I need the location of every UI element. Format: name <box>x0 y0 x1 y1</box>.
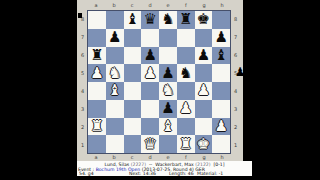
file-label-b: b <box>105 155 123 160</box>
file-label-a: a <box>87 3 105 8</box>
last-move: 54. g4 <box>79 171 94 176</box>
square-e2[interactable]: ♝ <box>159 118 177 136</box>
square-d6[interactable]: ♟ <box>141 47 159 65</box>
white-bishop-b4[interactable]: ♝ <box>108 83 121 98</box>
square-b8[interactable] <box>106 11 124 29</box>
file-label-h: h <box>213 155 231 160</box>
captured-material-tray: ♟ <box>235 63 245 81</box>
square-h6[interactable]: ♝ <box>212 47 230 65</box>
rank-label-8: 8 <box>233 17 238 22</box>
white-king-g1[interactable]: ♚ <box>197 136 210 151</box>
file-label-a: a <box>87 155 105 160</box>
file-labels-bottom: abcdefgh <box>87 155 231 160</box>
square-a1[interactable] <box>88 135 106 153</box>
white-pawn-g4[interactable]: ♟ <box>197 83 210 98</box>
square-c4[interactable] <box>124 82 142 100</box>
white-queen-d1[interactable]: ♛ <box>143 136 156 151</box>
square-c1[interactable] <box>124 135 142 153</box>
file-label-d: d <box>141 3 159 8</box>
square-a8[interactable] <box>88 11 106 29</box>
file-label-e: e <box>159 3 177 8</box>
file-label-e: e <box>159 155 177 160</box>
square-f4[interactable] <box>177 82 195 100</box>
square-d8[interactable]: ♛ <box>141 11 159 29</box>
rank-labels-left: 87654321 <box>80 10 85 154</box>
square-g1[interactable]: ♚ <box>195 135 213 153</box>
black-to-move-indicator <box>78 13 82 18</box>
square-g4[interactable]: ♟ <box>195 82 213 100</box>
white-rook-a2[interactable]: ♜ <box>90 118 103 133</box>
rank-label-4: 4 <box>80 89 85 94</box>
square-h2[interactable]: ♟ <box>212 118 230 136</box>
square-h1[interactable] <box>212 135 230 153</box>
square-c3[interactable] <box>124 100 142 118</box>
square-h5[interactable] <box>212 64 230 82</box>
square-b4[interactable]: ♝ <box>106 82 124 100</box>
square-b3[interactable] <box>106 100 124 118</box>
square-b5[interactable]: ♞ <box>106 64 124 82</box>
rank-label-7: 7 <box>80 35 85 40</box>
square-d5[interactable]: ♟ <box>141 64 159 82</box>
square-g2[interactable] <box>195 118 213 136</box>
square-c7[interactable] <box>124 29 142 47</box>
square-f2[interactable] <box>177 118 195 136</box>
black-pawn-e3[interactable]: ♟ <box>161 101 174 116</box>
square-g7[interactable] <box>195 29 213 47</box>
black-rook-a6[interactable]: ♜ <box>90 47 103 62</box>
square-b6[interactable] <box>106 47 124 65</box>
board: ♝♛♞♜♚♟♟♜♟♟♝♟♞♟♟♞♝♞♟♟♟♜♝♟♛♜♚ <box>87 10 231 154</box>
square-f7[interactable] <box>177 29 195 47</box>
black-rook-f8[interactable]: ♜ <box>179 12 192 27</box>
rank-label-1: 1 <box>80 143 85 148</box>
file-label-h: h <box>213 3 231 8</box>
square-c2[interactable] <box>124 118 142 136</box>
game-info-caption: Lund, Silas (2227) -- Wackerbart, Max (2… <box>77 161 252 176</box>
white-rook-f1[interactable]: ♜ <box>179 136 192 151</box>
square-f5[interactable]: ♞ <box>177 64 195 82</box>
black-queen-d8[interactable]: ♛ <box>143 12 156 27</box>
black-bishop-h6[interactable]: ♝ <box>214 47 227 62</box>
square-e5[interactable]: ♟ <box>159 64 177 82</box>
black-bishop-c8[interactable]: ♝ <box>126 12 139 27</box>
square-a7[interactable] <box>88 29 106 47</box>
rank-label-5: 5 <box>80 71 85 76</box>
square-d7[interactable] <box>141 29 159 47</box>
square-e8[interactable]: ♞ <box>159 11 177 29</box>
square-f3[interactable]: ♟ <box>177 100 195 118</box>
square-c6[interactable] <box>124 47 142 65</box>
square-h3[interactable] <box>212 100 230 118</box>
square-f6[interactable] <box>177 47 195 65</box>
black-pawn-h7[interactable]: ♟ <box>214 30 227 45</box>
rank-label-2: 2 <box>233 125 238 130</box>
square-e6[interactable] <box>159 47 177 65</box>
square-e1[interactable] <box>159 135 177 153</box>
square-g3[interactable] <box>195 100 213 118</box>
file-label-d: d <box>141 155 159 160</box>
rank-label-3: 3 <box>233 107 238 112</box>
material-info: Material: -1 <box>197 171 223 176</box>
black-pawn-d6[interactable]: ♟ <box>143 47 156 62</box>
material-black-pawn-icon: ♟ <box>235 66 246 78</box>
square-g5[interactable] <box>195 64 213 82</box>
square-e7[interactable] <box>159 29 177 47</box>
square-a4[interactable] <box>88 82 106 100</box>
file-label-f: f <box>177 155 195 160</box>
black-pawn-b7[interactable]: ♟ <box>108 30 121 45</box>
square-a2[interactable]: ♜ <box>88 118 106 136</box>
square-h4[interactable] <box>212 82 230 100</box>
file-label-b: b <box>105 3 123 8</box>
square-a3[interactable] <box>88 100 106 118</box>
black-king-g8[interactable]: ♚ <box>197 12 210 27</box>
rank-label-2: 2 <box>80 125 85 130</box>
square-d3[interactable] <box>141 100 159 118</box>
square-f8[interactable]: ♜ <box>177 11 195 29</box>
square-g6[interactable]: ♟ <box>195 47 213 65</box>
white-knight-b5[interactable]: ♞ <box>108 65 121 80</box>
white-pawn-h2[interactable]: ♟ <box>214 118 227 133</box>
file-label-g: g <box>195 155 213 160</box>
thumbnail-canvas: abcdefgh abcdefgh 87654321 87654321 ♝♛♞♜… <box>0 0 320 180</box>
next-info: Next: 14:36 <box>129 171 156 176</box>
chess-gui-panel: abcdefgh abcdefgh 87654321 87654321 ♝♛♞♜… <box>77 0 243 161</box>
file-label-g: g <box>195 3 213 8</box>
square-a5[interactable]: ♟ <box>88 64 106 82</box>
square-d4[interactable] <box>141 82 159 100</box>
length-info: Length: 46 <box>169 171 194 176</box>
square-b7[interactable]: ♟ <box>106 29 124 47</box>
rank-label-3: 3 <box>80 107 85 112</box>
square-f1[interactable]: ♜ <box>177 135 195 153</box>
square-d2[interactable] <box>141 118 159 136</box>
black-knight-f5[interactable]: ♞ <box>179 65 192 80</box>
white-pawn-f3[interactable]: ♟ <box>179 101 192 116</box>
square-a6[interactable]: ♜ <box>88 47 106 65</box>
square-e3[interactable]: ♟ <box>159 100 177 118</box>
rank-label-7: 7 <box>233 35 238 40</box>
square-e4[interactable]: ♞ <box>159 82 177 100</box>
file-labels-top: abcdefgh <box>87 3 231 8</box>
square-c8[interactable]: ♝ <box>124 11 142 29</box>
file-label-c: c <box>123 155 141 160</box>
white-pawn-d5[interactable]: ♟ <box>143 65 156 80</box>
file-label-f: f <box>177 3 195 8</box>
square-h7[interactable]: ♟ <box>212 29 230 47</box>
rank-label-4: 4 <box>233 89 238 94</box>
move-status-line: 54. g4 Next: 14:36 Length: 46 Material: … <box>77 171 252 176</box>
rank-label-1: 1 <box>233 143 238 148</box>
white-pawn-a5[interactable]: ♟ <box>90 65 103 80</box>
square-g8[interactable]: ♚ <box>195 11 213 29</box>
black-knight-e8[interactable]: ♞ <box>161 12 174 27</box>
square-h8[interactable] <box>212 11 230 29</box>
black-pawn-e5[interactable]: ♟ <box>161 65 174 80</box>
file-label-c: c <box>123 3 141 8</box>
square-b2[interactable] <box>106 118 124 136</box>
square-c5[interactable] <box>124 64 142 82</box>
black-pawn-g6[interactable]: ♟ <box>197 47 210 62</box>
rank-label-6: 6 <box>80 53 85 58</box>
white-knight-e4[interactable]: ♞ <box>161 83 174 98</box>
rank-labels-right: 87654321 <box>233 10 238 154</box>
white-bishop-e2[interactable]: ♝ <box>161 118 174 133</box>
square-d1[interactable]: ♛ <box>141 135 159 153</box>
rank-label-6: 6 <box>233 53 238 58</box>
square-b1[interactable] <box>106 135 124 153</box>
